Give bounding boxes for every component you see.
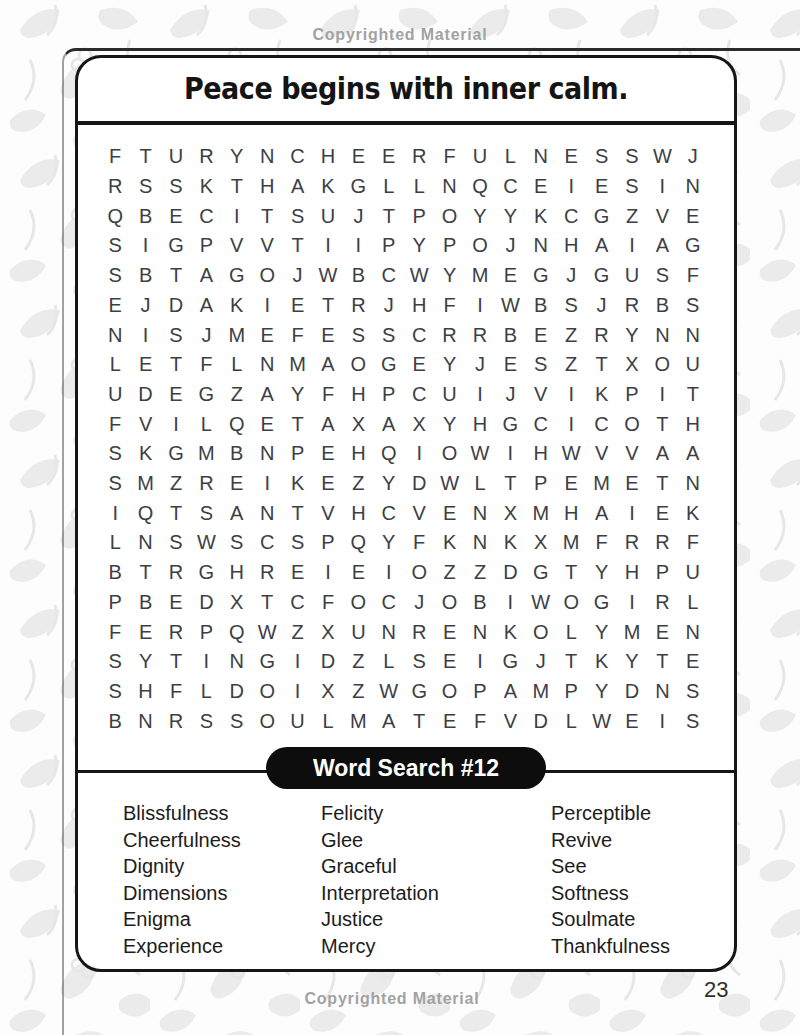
word-list-item: Blissfulness	[123, 800, 241, 827]
grid-cell: D	[495, 558, 525, 588]
grid-cell: L	[100, 350, 130, 380]
grid-cell: X	[222, 588, 252, 618]
grid-cell: I	[374, 558, 404, 588]
word-list-item: Mercy	[321, 933, 439, 960]
grid-cell: E	[434, 617, 464, 647]
word-list-item: Interpretation	[321, 880, 439, 907]
grid-cell: R	[647, 588, 677, 618]
grid-cell: Z	[465, 558, 495, 588]
grid-cell: N	[252, 350, 282, 380]
grid-cell: B	[647, 291, 677, 321]
grid-cell: P	[282, 439, 312, 469]
grid-cell: S	[191, 706, 221, 736]
grid-cell: U	[313, 201, 343, 231]
grid-cell: I	[313, 558, 343, 588]
grid-cell: I	[313, 231, 343, 261]
grid-cell: A	[586, 498, 616, 528]
grid-cell: H	[617, 558, 647, 588]
grid-cell: I	[495, 588, 525, 618]
grid-cell: M	[465, 261, 495, 291]
grid-cell: M	[343, 706, 373, 736]
grid-cell: O	[434, 677, 464, 707]
grid-cell: T	[222, 172, 252, 202]
grid-cell: I	[282, 647, 312, 677]
grid-cell: D	[161, 291, 191, 321]
grid-cell: G	[526, 261, 556, 291]
grid-cell: G	[222, 261, 252, 291]
grid-cell: Y	[586, 558, 616, 588]
grid-cell: E	[313, 320, 343, 350]
grid-cell: G	[404, 677, 434, 707]
grid-cell: H	[465, 409, 495, 439]
grid-cell: Q	[222, 409, 252, 439]
grid-cell: B	[495, 320, 525, 350]
grid-cell: F	[282, 320, 312, 350]
grid-cell: L	[222, 350, 252, 380]
grid-cell: E	[222, 469, 252, 499]
grid-cell: R	[252, 558, 282, 588]
grid-cell: Y	[404, 231, 434, 261]
grid-cell: N	[465, 498, 495, 528]
grid-cell: P	[404, 201, 434, 231]
grid-cell: T	[556, 647, 586, 677]
grid-cell: A	[374, 706, 404, 736]
grid-cell: S	[404, 647, 434, 677]
copyright-watermark-top: Copyrighted Material	[0, 26, 800, 44]
grid-cell: T	[495, 469, 525, 499]
grid-cell: W	[526, 588, 556, 618]
grid-cell: S	[100, 439, 130, 469]
grid-cell: K	[678, 498, 708, 528]
grid-cell: V	[586, 439, 616, 469]
grid-cell: S	[556, 291, 586, 321]
grid-cell: E	[617, 706, 647, 736]
grid-cell: E	[313, 439, 343, 469]
grid-cell: Z	[343, 469, 373, 499]
grid-cell: I	[161, 409, 191, 439]
grid-cell: M	[586, 469, 616, 499]
grid-cell: X	[526, 528, 556, 558]
grid-cell: E	[617, 469, 647, 499]
grid-cell: N	[100, 320, 130, 350]
grid-cell: E	[252, 409, 282, 439]
grid-cell: C	[191, 201, 221, 231]
grid-cell: N	[678, 320, 708, 350]
grid-cell: C	[282, 588, 312, 618]
grid-cell: K	[130, 439, 160, 469]
word-list-column-2: FelicityGleeGracefulInterpretationJustic…	[321, 800, 439, 960]
grid-cell: E	[161, 201, 191, 231]
grid-cell: G	[678, 231, 708, 261]
grid-cell: E	[374, 142, 404, 172]
grid-cell: B	[465, 588, 495, 618]
grid-cell: T	[282, 231, 312, 261]
grid-cell: B	[130, 588, 160, 618]
grid-cell: A	[252, 380, 282, 410]
grid-cell: K	[191, 172, 221, 202]
grid-cell: Z	[282, 617, 312, 647]
word-list-item: Felicity	[321, 800, 439, 827]
grid-cell: Q	[465, 172, 495, 202]
grid-cell: F	[313, 588, 343, 618]
grid-cell: S	[282, 201, 312, 231]
grid-cell: L	[678, 588, 708, 618]
grid-cell: U	[678, 350, 708, 380]
grid-cell: L	[191, 677, 221, 707]
grid-cell: I	[495, 439, 525, 469]
puzzle-quote-title: Peace begins with inner calm.	[111, 71, 701, 106]
grid-cell: E	[100, 291, 130, 321]
word-list-item: Perceptible	[551, 800, 670, 827]
grid-cell: C	[282, 142, 312, 172]
word-list-column-1: BlissfulnessCheerfulnessDignityDimension…	[123, 800, 241, 960]
grid-cell: P	[647, 558, 677, 588]
grid-cell: Y	[222, 142, 252, 172]
grid-cell: Z	[222, 380, 252, 410]
grid-cell: N	[526, 231, 556, 261]
grid-cell: A	[647, 231, 677, 261]
grid-cell: I	[465, 647, 495, 677]
grid-cell: I	[647, 706, 677, 736]
grid-cell: I	[130, 231, 160, 261]
grid-cell: Y	[586, 617, 616, 647]
grid-cell: U	[434, 380, 464, 410]
grid-cell: B	[343, 261, 373, 291]
grid-cell: H	[252, 172, 282, 202]
grid-cell: E	[556, 469, 586, 499]
grid-cell: O	[556, 588, 586, 618]
grid-cell: R	[617, 291, 647, 321]
grid-cell: T	[130, 558, 160, 588]
grid-cell: H	[678, 409, 708, 439]
grid-cell: I	[556, 380, 586, 410]
grid-cell: N	[252, 142, 282, 172]
grid-cell: S	[647, 261, 677, 291]
grid-cell: E	[586, 172, 616, 202]
grid-cell: G	[495, 409, 525, 439]
grid-cell: S	[374, 320, 404, 350]
grid-cell: U	[161, 142, 191, 172]
grid-cell: Y	[374, 469, 404, 499]
grid-cell: X	[313, 677, 343, 707]
grid-cell: I	[252, 291, 282, 321]
book-page-scan: Copyrighted Material Peace begins with i…	[0, 0, 800, 1035]
grid-cell: G	[374, 350, 404, 380]
grid-cell: T	[252, 588, 282, 618]
grid-cell: V	[617, 439, 647, 469]
grid-cell: V	[313, 498, 343, 528]
grid-cell: F	[678, 528, 708, 558]
grid-cell: R	[647, 528, 677, 558]
grid-cell: X	[343, 409, 373, 439]
grid-cell: O	[647, 350, 677, 380]
grid-cell: H	[404, 291, 434, 321]
grid-cell: T	[313, 291, 343, 321]
grid-cell: L	[495, 142, 525, 172]
grid-cell: I	[647, 172, 677, 202]
grid-cell: N	[526, 142, 556, 172]
grid-cell: R	[191, 142, 221, 172]
grid-cell: E	[526, 172, 556, 202]
grid-cell: V	[404, 498, 434, 528]
grid-cell: G	[343, 172, 373, 202]
grid-cell: H	[556, 231, 586, 261]
grid-cell: G	[586, 201, 616, 231]
grid-cell: K	[495, 617, 525, 647]
grid-cell: E	[434, 647, 464, 677]
grid-cell: I	[556, 172, 586, 202]
grid-cell: Y	[434, 350, 464, 380]
word-list-item: See	[551, 853, 670, 880]
grid-cell: W	[191, 528, 221, 558]
grid-cell: F	[434, 142, 464, 172]
grid-cell: I	[222, 201, 252, 231]
grid-cell: Z	[343, 647, 373, 677]
grid-cell: J	[465, 350, 495, 380]
grid-cell: D	[404, 469, 434, 499]
grid-cell: J	[191, 320, 221, 350]
title-divider-line	[75, 121, 737, 125]
grid-cell: O	[526, 617, 556, 647]
grid-cell: R	[434, 320, 464, 350]
grid-cell: T	[282, 498, 312, 528]
grid-cell: M	[617, 617, 647, 647]
grid-cell: R	[161, 558, 191, 588]
grid-cell: F	[404, 528, 434, 558]
grid-cell: K	[495, 528, 525, 558]
grid-cell: P	[191, 617, 221, 647]
word-list-column-3: PerceptibleReviveSeeSoftnessSoulmateThan…	[551, 800, 670, 960]
grid-cell: O	[343, 588, 373, 618]
grid-cell: H	[556, 498, 586, 528]
grid-cell: R	[404, 142, 434, 172]
grid-cell: F	[678, 261, 708, 291]
grid-cell: H	[313, 142, 343, 172]
grid-cell: E	[678, 647, 708, 677]
grid-cell: S	[161, 320, 191, 350]
grid-cell: D	[130, 380, 160, 410]
grid-cell: Y	[130, 647, 160, 677]
word-list-item: Revive	[551, 827, 670, 854]
grid-cell: I	[617, 231, 647, 261]
grid-cell: W	[556, 439, 586, 469]
grid-cell: L	[374, 172, 404, 202]
grid-cell: M	[526, 498, 556, 528]
grid-cell: K	[282, 469, 312, 499]
grid-cell: W	[465, 439, 495, 469]
grid-cell: G	[161, 439, 191, 469]
grid-cell: P	[526, 469, 556, 499]
grid-cell: V	[647, 201, 677, 231]
grid-cell: T	[252, 201, 282, 231]
grid-cell: U	[100, 380, 130, 410]
grid-cell: P	[465, 677, 495, 707]
grid-cell: L	[556, 706, 586, 736]
grid-cell: O	[252, 677, 282, 707]
grid-cell: Y	[465, 201, 495, 231]
grid-cell: H	[526, 439, 556, 469]
grid-cell: S	[161, 528, 191, 558]
grid-cell: O	[434, 439, 464, 469]
grid-cell: J	[526, 647, 556, 677]
grid-cell: V	[526, 380, 556, 410]
grid-cell: H	[343, 439, 373, 469]
grid-cell: L	[556, 617, 586, 647]
grid-cell: G	[252, 647, 282, 677]
grid-cell: S	[678, 706, 708, 736]
grid-cell: X	[495, 498, 525, 528]
grid-cell: A	[191, 261, 221, 291]
grid-cell: Q	[222, 617, 252, 647]
grid-cell: L	[100, 528, 130, 558]
grid-cell: C	[495, 172, 525, 202]
grid-cell: C	[404, 320, 434, 350]
grid-cell: G	[191, 558, 221, 588]
grid-cell: I	[252, 469, 282, 499]
grid-cell: T	[404, 706, 434, 736]
word-list-item: Cheerfulness	[123, 827, 241, 854]
grid-cell: S	[617, 142, 647, 172]
grid-cell: P	[374, 380, 404, 410]
grid-cell: E	[678, 201, 708, 231]
grid-cell: Z	[161, 469, 191, 499]
grid-cell: I	[465, 380, 495, 410]
grid-cell: Y	[586, 677, 616, 707]
grid-cell: R	[100, 172, 130, 202]
grid-cell: N	[222, 647, 252, 677]
grid-cell: S	[100, 677, 130, 707]
grid-cell: E	[647, 498, 677, 528]
grid-cell: Q	[374, 439, 404, 469]
grid-cell: J	[495, 380, 525, 410]
grid-cell: L	[465, 469, 495, 499]
grid-cell: F	[161, 677, 191, 707]
grid-cell: N	[647, 677, 677, 707]
word-list: BlissfulnessCheerfulnessDignityDimension…	[78, 800, 734, 970]
grid-cell: O	[434, 201, 464, 231]
word-list-item: Graceful	[321, 853, 439, 880]
grid-cell: O	[465, 231, 495, 261]
grid-cell: T	[586, 350, 616, 380]
grid-cell: A	[495, 677, 525, 707]
grid-cell: N	[678, 617, 708, 647]
grid-cell: C	[374, 588, 404, 618]
grid-cell: S	[617, 172, 647, 202]
grid-cell: E	[404, 350, 434, 380]
word-list-item: Justice	[321, 906, 439, 933]
grid-cell: F	[100, 617, 130, 647]
word-list-item: Soulmate	[551, 906, 670, 933]
grid-cell: R	[586, 320, 616, 350]
word-list-item: Softness	[551, 880, 670, 907]
grid-cell: B	[130, 201, 160, 231]
grid-cell: E	[343, 142, 373, 172]
grid-cell: A	[313, 409, 343, 439]
grid-cell: S	[526, 350, 556, 380]
grid-cell: V	[252, 231, 282, 261]
grid-cell: S	[130, 172, 160, 202]
grid-cell: T	[647, 647, 677, 677]
grid-cell: W	[252, 617, 282, 647]
grid-cell: E	[282, 558, 312, 588]
grid-cell: E	[252, 320, 282, 350]
grid-cell: M	[130, 469, 160, 499]
grid-cell: F	[586, 528, 616, 558]
grid-cell: D	[526, 706, 556, 736]
grid-cell: Q	[100, 201, 130, 231]
grid-cell: I	[100, 498, 130, 528]
grid-cell: W	[313, 261, 343, 291]
grid-cell: P	[313, 528, 343, 558]
grid-cell: E	[130, 617, 160, 647]
grid-cell: E	[495, 350, 525, 380]
grid-cell: L	[374, 647, 404, 677]
grid-cell: T	[282, 409, 312, 439]
grid-cell: N	[647, 320, 677, 350]
grid-cell: O	[252, 261, 282, 291]
grid-cell: T	[647, 469, 677, 499]
word-list-item: Dimensions	[123, 880, 241, 907]
grid-cell: Q	[343, 528, 373, 558]
grid-cell: J	[374, 291, 404, 321]
grid-cell: E	[434, 498, 464, 528]
grid-cell: T	[130, 142, 160, 172]
grid-cell: E	[495, 261, 525, 291]
grid-cell: J	[678, 142, 708, 172]
grid-cell: S	[100, 469, 130, 499]
grid-cell: I	[404, 439, 434, 469]
grid-cell: I	[191, 647, 221, 677]
grid-cell: X	[617, 350, 647, 380]
grid-cell: P	[191, 231, 221, 261]
grid-cell: F	[100, 142, 130, 172]
grid-cell: B	[222, 439, 252, 469]
grid-cell: E	[282, 291, 312, 321]
grid-cell: E	[434, 706, 464, 736]
grid-cell: A	[313, 350, 343, 380]
grid-cell: B	[526, 291, 556, 321]
grid-cell: C	[374, 498, 404, 528]
grid-cell: P	[617, 380, 647, 410]
grid-cell: L	[404, 172, 434, 202]
word-list-item: Enigma	[123, 906, 241, 933]
grid-cell: S	[678, 291, 708, 321]
grid-cell: D	[222, 677, 252, 707]
grid-cell: U	[282, 706, 312, 736]
grid-cell: A	[586, 231, 616, 261]
grid-cell: C	[374, 261, 404, 291]
grid-cell: T	[161, 498, 191, 528]
grid-cell: I	[282, 677, 312, 707]
grid-cell: B	[100, 558, 130, 588]
grid-cell: H	[130, 677, 160, 707]
grid-cell: N	[252, 439, 282, 469]
grid-cell: M	[526, 677, 556, 707]
grid-cell: Z	[556, 320, 586, 350]
grid-cell: Y	[617, 320, 647, 350]
grid-cell: S	[100, 231, 130, 261]
grid-cell: W	[495, 291, 525, 321]
grid-cell: F	[191, 350, 221, 380]
grid-cell: F	[100, 409, 130, 439]
grid-cell: W	[434, 469, 464, 499]
grid-cell: S	[678, 677, 708, 707]
grid-cell: F	[465, 706, 495, 736]
grid-cell: V	[495, 706, 525, 736]
grid-cell: E	[343, 558, 373, 588]
grid-cell: I	[647, 380, 677, 410]
grid-cell: X	[313, 617, 343, 647]
